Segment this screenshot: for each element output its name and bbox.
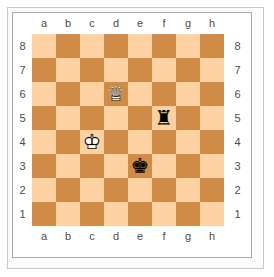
file-label-top-f: f — [152, 13, 176, 34]
square-c8 — [80, 34, 104, 58]
square-a3 — [32, 154, 56, 178]
chess-piece-black-rook: ♜ — [152, 106, 176, 130]
chess-board: abcdefgh88776♛♕65♜54♚♔43♚32211abcdefgh — [13, 13, 251, 246]
rank-label-left-1: 1 — [13, 202, 32, 226]
rank-label-right-2: 2 — [224, 178, 251, 202]
square-b3 — [56, 154, 80, 178]
square-a6 — [32, 82, 56, 106]
rank-label-left-4: 4 — [13, 130, 32, 154]
rank-label-right-8: 8 — [224, 34, 251, 58]
rank-label-right-3: 3 — [224, 154, 251, 178]
square-d6: ♛♕ — [104, 82, 128, 106]
square-a5 — [32, 106, 56, 130]
square-a1 — [32, 202, 56, 226]
square-c7 — [80, 58, 104, 82]
chess-piece-white-queen: ♛♕ — [104, 82, 128, 106]
square-d7 — [104, 58, 128, 82]
square-g6 — [176, 82, 200, 106]
square-c2 — [80, 178, 104, 202]
square-b4 — [56, 130, 80, 154]
square-b5 — [56, 106, 80, 130]
board-corner-bottom-left — [13, 226, 32, 246]
white-queen-outline-glyph: ♕ — [104, 82, 128, 106]
square-h4 — [200, 130, 224, 154]
file-label-bottom-h: h — [200, 226, 224, 246]
rank-label-left-2: 2 — [13, 178, 32, 202]
square-d8 — [104, 34, 128, 58]
square-g3 — [176, 154, 200, 178]
square-a2 — [32, 178, 56, 202]
file-label-top-c: c — [80, 13, 104, 34]
square-g2 — [176, 178, 200, 202]
square-a7 — [32, 58, 56, 82]
file-label-top-b: b — [56, 13, 80, 34]
file-label-bottom-a: a — [32, 226, 56, 246]
square-e2 — [128, 178, 152, 202]
square-b6 — [56, 82, 80, 106]
square-e4 — [128, 130, 152, 154]
square-h3 — [200, 154, 224, 178]
page: abcdefgh88776♛♕65♜54♚♔43♚32211abcdefgh — [0, 0, 274, 277]
rank-label-right-4: 4 — [224, 130, 251, 154]
chess-piece-white-king: ♚♔ — [80, 130, 104, 154]
rank-label-left-3: 3 — [13, 154, 32, 178]
board-corner-top-left — [13, 13, 32, 34]
square-f2 — [152, 178, 176, 202]
square-d3 — [104, 154, 128, 178]
square-e8 — [128, 34, 152, 58]
square-g8 — [176, 34, 200, 58]
file-label-top-d: d — [104, 13, 128, 34]
square-c5 — [80, 106, 104, 130]
file-label-bottom-c: c — [80, 226, 104, 246]
square-f3 — [152, 154, 176, 178]
square-h2 — [200, 178, 224, 202]
square-h1 — [200, 202, 224, 226]
diagram-outer-frame: abcdefgh88776♛♕65♜54♚♔43♚32211abcdefgh — [7, 7, 264, 269]
file-label-bottom-g: g — [176, 226, 200, 246]
square-f8 — [152, 34, 176, 58]
square-c4: ♚♔ — [80, 130, 104, 154]
file-label-top-g: g — [176, 13, 200, 34]
file-label-bottom-f: f — [152, 226, 176, 246]
square-e6 — [128, 82, 152, 106]
square-d4 — [104, 130, 128, 154]
square-d1 — [104, 202, 128, 226]
square-g7 — [176, 58, 200, 82]
square-f6 — [152, 82, 176, 106]
rank-label-right-7: 7 — [224, 58, 251, 82]
square-g1 — [176, 202, 200, 226]
square-c6 — [80, 82, 104, 106]
white-king-outline-glyph: ♔ — [80, 130, 104, 154]
rank-label-left-6: 6 — [13, 82, 32, 106]
square-c3 — [80, 154, 104, 178]
square-e7 — [128, 58, 152, 82]
square-f5: ♜ — [152, 106, 176, 130]
square-h7 — [200, 58, 224, 82]
square-h8 — [200, 34, 224, 58]
square-h5 — [200, 106, 224, 130]
chess-piece-black-king: ♚ — [128, 154, 152, 178]
square-b1 — [56, 202, 80, 226]
square-b8 — [56, 34, 80, 58]
square-f7 — [152, 58, 176, 82]
file-label-top-a: a — [32, 13, 56, 34]
square-c1 — [80, 202, 104, 226]
rank-label-left-5: 5 — [13, 106, 32, 130]
rank-label-left-8: 8 — [13, 34, 32, 58]
chess-diagram: abcdefgh88776♛♕65♜54♚♔43♚32211abcdefgh — [12, 12, 252, 258]
square-d2 — [104, 178, 128, 202]
square-e3: ♚ — [128, 154, 152, 178]
file-label-top-h: h — [200, 13, 224, 34]
square-d5 — [104, 106, 128, 130]
file-label-top-e: e — [128, 13, 152, 34]
square-f1 — [152, 202, 176, 226]
square-b7 — [56, 58, 80, 82]
rank-label-right-5: 5 — [224, 106, 251, 130]
file-label-bottom-b: b — [56, 226, 80, 246]
board-corner-bottom-right — [224, 226, 251, 246]
board-corner-top-right — [224, 13, 251, 34]
rank-label-right-6: 6 — [224, 82, 251, 106]
square-e1 — [128, 202, 152, 226]
square-h6 — [200, 82, 224, 106]
square-a4 — [32, 130, 56, 154]
square-f4 — [152, 130, 176, 154]
square-a8 — [32, 34, 56, 58]
file-label-bottom-d: d — [104, 226, 128, 246]
square-g5 — [176, 106, 200, 130]
square-b2 — [56, 178, 80, 202]
rank-label-right-1: 1 — [224, 202, 251, 226]
square-g4 — [176, 130, 200, 154]
square-e5 — [128, 106, 152, 130]
rank-label-left-7: 7 — [13, 58, 32, 82]
file-label-bottom-e: e — [128, 226, 152, 246]
